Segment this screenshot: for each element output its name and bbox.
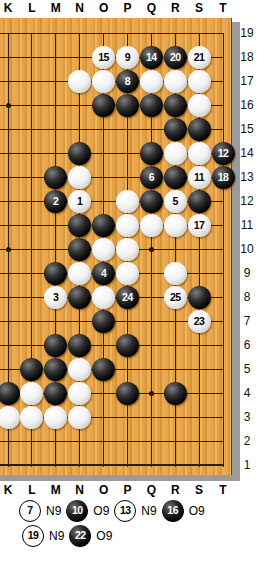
stone-S12: [188, 190, 211, 213]
row-label-18: 18: [235, 50, 259, 64]
stone-P16: [116, 94, 139, 117]
stone-S18: 21: [188, 46, 211, 69]
caption-move-point: N9: [49, 529, 64, 543]
stone-Q18: 14: [140, 46, 163, 69]
caption-move-stone-13: 13: [114, 500, 136, 522]
stone-T13: 18: [212, 166, 235, 189]
stone-N3: [68, 406, 91, 429]
stone-K3: [0, 406, 20, 429]
stone-O16: [92, 94, 115, 117]
stone-L5: [20, 358, 43, 381]
caption-move-number: 16: [167, 505, 178, 516]
stone-number: 18: [218, 172, 229, 183]
column-label-Q: Q: [139, 483, 163, 497]
caption-move-number: 13: [120, 505, 131, 516]
stone-N14: [68, 142, 91, 165]
row-label-2: 2: [235, 434, 259, 448]
column-label-O: O: [92, 1, 116, 15]
caption-move-point: O9: [189, 504, 205, 518]
star-point: [149, 247, 154, 252]
stone-M9: [44, 262, 67, 285]
stone-P11: [116, 214, 139, 237]
stone-S7: 23: [188, 310, 211, 333]
stone-O17: [92, 70, 115, 93]
row-label-17: 17: [235, 74, 259, 88]
row-label-6: 6: [235, 338, 259, 352]
stone-Q14: [140, 142, 163, 165]
stone-P18: 9: [116, 46, 139, 69]
go-diagram: 159142021812611182151743242523 KLMNOPQRS…: [0, 0, 260, 561]
caption-move-point: O9: [96, 529, 112, 543]
star-point: [6, 247, 11, 252]
stone-S15: [188, 118, 211, 141]
column-label-S: S: [187, 483, 211, 497]
stone-number: 1: [77, 196, 82, 207]
stone-S13: 11: [188, 166, 211, 189]
stone-number: 25: [170, 292, 181, 303]
stone-Q12: [140, 190, 163, 213]
stone-N9: [68, 262, 91, 285]
stone-number: 20: [170, 52, 181, 63]
caption-move-point: N9: [141, 504, 156, 518]
caption-move-stone-7: 7: [19, 500, 41, 522]
stone-R17: [164, 70, 187, 93]
column-label-L: L: [20, 1, 44, 15]
stone-N5: [68, 358, 91, 381]
stone-R4: [164, 382, 187, 405]
row-label-13: 13: [235, 170, 259, 184]
stone-P10: [116, 238, 139, 261]
stone-number: 12: [218, 148, 229, 159]
stone-Q11: [140, 214, 163, 237]
stone-S8: [188, 286, 211, 309]
stone-T14: 12: [212, 142, 235, 165]
grid-line-horizontal: [0, 345, 224, 346]
stone-P17: 8: [116, 70, 139, 93]
stone-R16: [164, 94, 187, 117]
column-label-R: R: [163, 1, 187, 15]
column-label-T: T: [211, 483, 235, 497]
stone-S14: [188, 142, 211, 165]
stone-number: 11: [194, 172, 204, 183]
go-board[interactable]: 159142021812611182151743242523: [0, 18, 232, 475]
stone-R15: [164, 118, 187, 141]
row-label-12: 12: [235, 194, 259, 208]
row-label-5: 5: [235, 362, 259, 376]
grid-line-horizontal: [0, 441, 224, 442]
row-label-14: 14: [235, 146, 259, 160]
stone-S17: [188, 70, 211, 93]
column-label-M: M: [44, 1, 68, 15]
stone-number: 14: [146, 52, 157, 63]
stone-K4: [0, 382, 20, 405]
row-label-15: 15: [235, 122, 259, 136]
column-label-O: O: [92, 483, 116, 497]
stone-N4: [68, 382, 91, 405]
column-label-K: K: [0, 1, 20, 15]
stone-M8: 3: [44, 286, 67, 309]
row-label-11: 11: [235, 218, 259, 232]
row-label-7: 7: [235, 314, 259, 328]
star-point: [6, 103, 11, 108]
stone-M12: 2: [44, 190, 67, 213]
stone-O7: [92, 310, 115, 333]
stone-R18: 20: [164, 46, 187, 69]
stone-L4: [20, 382, 43, 405]
stone-N17: [68, 70, 91, 93]
caption-line-1: 7N910O913N916O9: [19, 499, 205, 522]
stone-Q13: 6: [140, 166, 163, 189]
stone-number: 24: [122, 292, 133, 303]
row-label-9: 9: [235, 266, 259, 280]
stone-P8: 24: [116, 286, 139, 309]
stone-M13: [44, 166, 67, 189]
caption-move-stone-19: 19: [22, 525, 44, 547]
stone-S16: [188, 94, 211, 117]
stone-O10: [92, 238, 115, 261]
stone-number: 6: [149, 172, 154, 183]
stone-S11: 17: [188, 214, 211, 237]
stone-O5: [92, 358, 115, 381]
caption-move-point: N9: [46, 504, 61, 518]
stone-O11: [92, 214, 115, 237]
stone-R12: 5: [164, 190, 187, 213]
caption-move-number: 19: [28, 530, 39, 541]
stone-R14: [164, 142, 187, 165]
stone-number: 15: [98, 52, 109, 63]
stone-number: 9: [125, 52, 130, 63]
column-label-K: K: [0, 483, 20, 497]
stone-number: 2: [53, 196, 58, 207]
grid-line-vertical: [223, 33, 224, 467]
stone-number: 3: [53, 292, 58, 303]
stone-Q17: [140, 70, 163, 93]
stone-R9: [164, 262, 187, 285]
stone-R11: [164, 214, 187, 237]
column-label-S: S: [187, 1, 211, 15]
caption-move-stone-16: 16: [162, 500, 184, 522]
column-label-T: T: [211, 1, 235, 15]
stone-M3: [44, 406, 67, 429]
stone-number: 21: [194, 52, 205, 63]
stone-O8: [92, 286, 115, 309]
column-label-M: M: [44, 483, 68, 497]
stone-P9: [116, 262, 139, 285]
row-label-19: 19: [235, 26, 259, 40]
row-label-1: 1: [235, 458, 259, 472]
column-label-P: P: [115, 483, 139, 497]
caption-move-stone-10: 10: [66, 500, 88, 522]
column-label-P: P: [115, 1, 139, 15]
caption-move-number: 22: [75, 530, 86, 541]
row-label-3: 3: [235, 410, 259, 424]
stone-N11: [68, 214, 91, 237]
stone-N6: [68, 334, 91, 357]
row-label-4: 4: [235, 386, 259, 400]
stone-R8: 25: [164, 286, 187, 309]
stone-P12: [116, 190, 139, 213]
row-label-16: 16: [235, 98, 259, 112]
column-label-N: N: [68, 483, 92, 497]
stone-P6: [116, 334, 139, 357]
stone-N8: [68, 286, 91, 309]
caption-move-number: 10: [72, 505, 83, 516]
caption-move-point: O9: [93, 504, 109, 518]
stone-number: 5: [173, 196, 178, 207]
stone-M4: [44, 382, 67, 405]
stone-L3: [20, 406, 43, 429]
caption-move-stone-22: 22: [69, 525, 91, 547]
column-label-R: R: [163, 483, 187, 497]
stone-O9: 4: [92, 262, 115, 285]
stone-N10: [68, 238, 91, 261]
stone-P4: [116, 382, 139, 405]
stone-N12: 1: [68, 190, 91, 213]
stone-number: 17: [194, 220, 205, 231]
grid-line-horizontal: [0, 33, 224, 34]
stone-O18: 15: [92, 46, 115, 69]
board-shadow-bottom: [0, 475, 240, 481]
stone-number: 4: [101, 268, 106, 279]
stone-number: 23: [194, 316, 205, 327]
stone-Q16: [140, 94, 163, 117]
caption-line-2: 19N922O9: [22, 524, 112, 547]
row-label-10: 10: [235, 242, 259, 256]
stone-M6: [44, 334, 67, 357]
row-label-8: 8: [235, 290, 259, 304]
stone-number: 8: [125, 76, 130, 87]
column-label-Q: Q: [139, 1, 163, 15]
stone-R13: [164, 166, 187, 189]
column-label-N: N: [68, 1, 92, 15]
stone-M5: [44, 358, 67, 381]
stone-N13: [68, 166, 91, 189]
grid-line-horizontal: [0, 464, 224, 466]
star-point: [149, 391, 154, 396]
caption-move-number: 7: [27, 505, 32, 516]
column-label-L: L: [20, 483, 44, 497]
